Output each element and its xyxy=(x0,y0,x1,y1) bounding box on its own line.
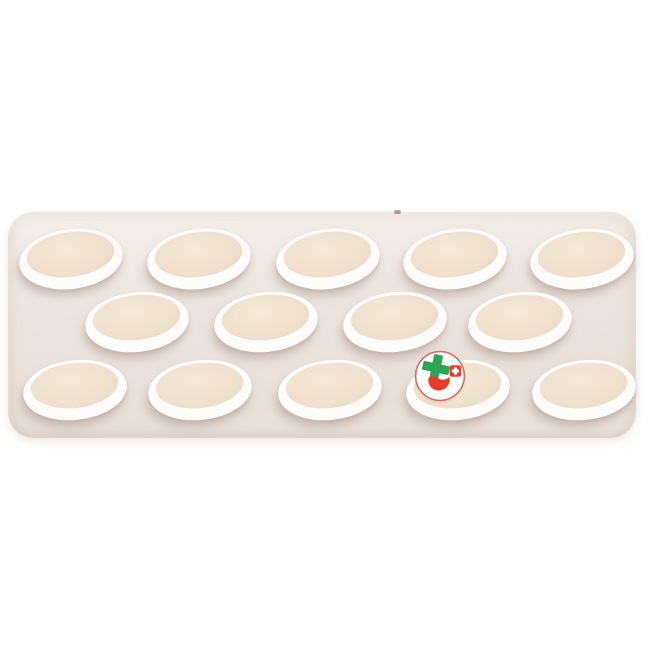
tablet-row2-col4 xyxy=(465,287,575,358)
tablet-row2-col2 xyxy=(211,287,321,358)
product-photo xyxy=(0,0,648,648)
pack-edge-speck xyxy=(394,210,401,214)
tablet-row3-col2 xyxy=(145,355,255,426)
tablet-row3-col5 xyxy=(529,355,639,426)
pharmacy-cross-logo xyxy=(414,350,466,402)
tablet-row1-col1 xyxy=(16,223,127,295)
tablet-row2-col1 xyxy=(82,287,192,358)
tablet-row1-col3 xyxy=(273,223,384,295)
blister-pack xyxy=(8,212,636,438)
tablet-row1-col2 xyxy=(144,223,255,295)
swiss-cross-icon xyxy=(450,365,462,377)
tablet-row2-col3 xyxy=(340,287,450,358)
tablet-row1-col5 xyxy=(527,223,638,295)
tablet-row3-col3 xyxy=(275,355,385,426)
tablet-row3-col1 xyxy=(20,355,130,426)
tablet-row1-col4 xyxy=(400,223,511,295)
